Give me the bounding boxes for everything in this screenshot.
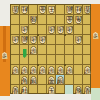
piece-kanji: 歩 bbox=[57, 25, 64, 33]
square-9-8[interactable] bbox=[11, 75, 20, 85]
piece-kanji: 王 bbox=[48, 5, 55, 13]
square-9-6[interactable] bbox=[11, 55, 20, 65]
square-1-5[interactable] bbox=[83, 45, 92, 55]
shogi-app-window: 歩 歩 香桂金王銀桂香飛金角歩歩歩歩歩銀歩歩歩歩歩歩歩歩歩歩歩歩角銀金銀香桂玉飛… bbox=[0, 0, 100, 100]
left-piece-stand[interactable]: 歩 bbox=[0, 26, 10, 96]
piece-kanji: 飛 bbox=[75, 87, 82, 95]
square-7-1[interactable] bbox=[29, 5, 38, 15]
square-4-5[interactable] bbox=[56, 45, 65, 55]
square-1-4[interactable] bbox=[83, 35, 92, 45]
piece-kanji: 桂 bbox=[75, 5, 82, 13]
star-point bbox=[64, 64, 66, 66]
square-1-8[interactable] bbox=[83, 75, 92, 85]
square-1-6[interactable] bbox=[83, 55, 92, 65]
square-5-4[interactable] bbox=[47, 35, 56, 45]
square-5-5[interactable] bbox=[47, 45, 56, 55]
square-9-3[interactable] bbox=[11, 25, 20, 35]
square-5-2[interactable] bbox=[47, 15, 56, 25]
square-8-2[interactable] bbox=[20, 15, 29, 25]
star-point bbox=[64, 34, 66, 36]
piece-kanji: 香 bbox=[12, 5, 19, 13]
piece-kanji: 角 bbox=[75, 15, 82, 23]
square-6-6[interactable] bbox=[38, 55, 47, 65]
square-9-2[interactable] bbox=[11, 15, 20, 25]
piece-kanji: 歩 bbox=[30, 47, 37, 55]
square-6-5[interactable] bbox=[38, 45, 47, 55]
square-4-1[interactable] bbox=[56, 5, 65, 15]
square-6-2[interactable] bbox=[38, 15, 47, 25]
piece-kanji: 飛 bbox=[30, 15, 37, 23]
square-4-9[interactable] bbox=[56, 85, 65, 95]
piece-kanji: 香 bbox=[12, 87, 19, 95]
piece-kanji: 歩 bbox=[75, 35, 82, 43]
piece-kanji: 銀 bbox=[30, 77, 37, 85]
right-piece-stand[interactable]: 歩 bbox=[91, 4, 100, 88]
piece-kanji: 歩 bbox=[21, 67, 28, 75]
square-4-4[interactable] bbox=[56, 35, 65, 45]
piece-kanji: 歩 bbox=[66, 67, 73, 75]
square-6-8[interactable] bbox=[38, 75, 47, 85]
shogi-board: 香桂金王銀桂香飛金角歩歩歩歩歩銀歩歩歩歩歩歩歩歩歩歩歩歩角銀金銀香桂玉飛香 bbox=[10, 4, 91, 94]
square-5-6[interactable] bbox=[47, 55, 56, 65]
piece-kanji: 銀 bbox=[21, 35, 28, 43]
piece-kanji: 歩 bbox=[12, 67, 19, 75]
square-3-6[interactable] bbox=[65, 55, 74, 65]
piece-kanji: 香 bbox=[84, 5, 91, 13]
square-2-3[interactable] bbox=[74, 25, 83, 35]
piece-kanji: 銀 bbox=[57, 77, 64, 85]
square-6-9[interactable] bbox=[38, 85, 47, 95]
piece-kanji: 歩 bbox=[2, 53, 8, 60]
piece-kanji: 歩 bbox=[66, 25, 73, 33]
piece-kanji: 金 bbox=[48, 77, 55, 85]
piece-kanji: 角 bbox=[21, 77, 28, 85]
square-3-4[interactable] bbox=[65, 35, 74, 45]
right-captured-piece-歩[interactable]: 歩 bbox=[93, 32, 99, 39]
piece-kanji: 歩 bbox=[30, 35, 37, 43]
square-9-5[interactable] bbox=[11, 45, 20, 55]
piece-kanji: 玉 bbox=[48, 87, 55, 95]
square-4-2[interactable] bbox=[56, 15, 65, 25]
piece-kanji: 桂 bbox=[21, 87, 28, 95]
piece-kanji: 桂 bbox=[21, 5, 28, 13]
square-2-7[interactable] bbox=[74, 65, 83, 75]
corner-panel-green[interactable] bbox=[91, 88, 100, 100]
piece-kanji: 金 bbox=[66, 15, 73, 23]
square-2-8[interactable] bbox=[74, 75, 83, 85]
piece-kanji: 歩 bbox=[48, 67, 55, 75]
piece-kanji: 歩 bbox=[84, 67, 91, 75]
square-2-6[interactable] bbox=[74, 55, 83, 65]
piece-kanji: 金 bbox=[39, 5, 46, 13]
piece-kanji: 歩 bbox=[48, 25, 55, 33]
square-3-8[interactable] bbox=[65, 75, 74, 85]
square-3-5[interactable] bbox=[65, 45, 74, 55]
piece-kanji: 歩 bbox=[21, 25, 28, 33]
star-point bbox=[37, 34, 39, 36]
square-2-5[interactable] bbox=[74, 45, 83, 55]
piece-kanji: 歩 bbox=[93, 33, 99, 40]
piece-kanji: 歩 bbox=[57, 67, 64, 75]
piece-kanji: 銀 bbox=[66, 5, 73, 13]
square-7-9[interactable] bbox=[29, 85, 38, 95]
piece-kanji: 歩 bbox=[12, 35, 19, 43]
piece-kanji: 歩 bbox=[39, 67, 46, 75]
square-1-2[interactable] bbox=[83, 15, 92, 25]
square-3-9[interactable] bbox=[65, 85, 74, 95]
piece-kanji: 香 bbox=[84, 87, 91, 95]
square-6-3[interactable] bbox=[38, 25, 47, 35]
piece-kanji: 歩 bbox=[39, 35, 46, 43]
square-1-3[interactable] bbox=[83, 25, 92, 35]
star-point bbox=[37, 64, 39, 66]
piece-kanji: 歩 bbox=[30, 67, 37, 75]
